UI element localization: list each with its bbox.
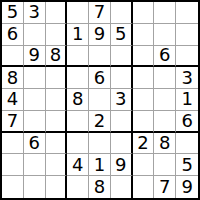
cell-r4c2[interactable]	[24, 67, 46, 89]
cell-r7c4[interactable]	[67, 133, 89, 155]
cell-r1c7[interactable]	[133, 2, 155, 24]
cell-r5c1[interactable]: 4	[2, 89, 24, 111]
cell-r8c8[interactable]	[154, 154, 176, 176]
cell-r8c1[interactable]	[2, 154, 24, 176]
cell-r9c3[interactable]	[46, 176, 68, 198]
cell-r3c9[interactable]	[176, 46, 198, 68]
cell-r6c9[interactable]: 6	[176, 111, 198, 133]
cell-r9c9[interactable]: 9	[176, 176, 198, 198]
cell-r2c6[interactable]: 5	[111, 24, 133, 46]
cell-r3c2[interactable]: 9	[24, 46, 46, 68]
cell-r9c8[interactable]: 7	[154, 176, 176, 198]
cell-r5c3[interactable]	[46, 89, 68, 111]
cell-r5c4[interactable]: 8	[67, 89, 89, 111]
cell-r9c5[interactable]: 8	[89, 176, 111, 198]
cell-r8c5[interactable]: 1	[89, 154, 111, 176]
cell-r4c7[interactable]	[133, 67, 155, 89]
cell-r6c5[interactable]: 2	[89, 111, 111, 133]
cell-r9c6[interactable]	[111, 176, 133, 198]
cell-r2c1[interactable]: 6	[2, 24, 24, 46]
cell-r1c5[interactable]: 7	[89, 2, 111, 24]
cell-r3c3[interactable]: 8	[46, 46, 68, 68]
cell-r1c3[interactable]	[46, 2, 68, 24]
cell-r2c5[interactable]: 9	[89, 24, 111, 46]
cell-r1c6[interactable]	[111, 2, 133, 24]
cell-r4c9[interactable]: 3	[176, 67, 198, 89]
cell-r6c1[interactable]: 7	[2, 111, 24, 133]
cell-r4c3[interactable]	[46, 67, 68, 89]
cell-r2c2[interactable]	[24, 24, 46, 46]
cell-r6c8[interactable]	[154, 111, 176, 133]
cell-r7c7[interactable]: 2	[133, 133, 155, 155]
cell-r2c8[interactable]	[154, 24, 176, 46]
cell-r7c3[interactable]	[46, 133, 68, 155]
cell-r8c9[interactable]: 5	[176, 154, 198, 176]
cell-r7c6[interactable]	[111, 133, 133, 155]
cell-r6c3[interactable]	[46, 111, 68, 133]
cell-r5c2[interactable]	[24, 89, 46, 111]
cell-r4c4[interactable]	[67, 67, 89, 89]
sudoku-board: 537619598686348317266284195879	[0, 0, 200, 200]
cell-r1c9[interactable]	[176, 2, 198, 24]
cell-r8c7[interactable]	[133, 154, 155, 176]
cell-r7c2[interactable]: 6	[24, 133, 46, 155]
cell-r1c1[interactable]: 5	[2, 2, 24, 24]
cell-r4c5[interactable]: 6	[89, 67, 111, 89]
cell-r7c8[interactable]: 8	[154, 133, 176, 155]
cell-r3c7[interactable]	[133, 46, 155, 68]
cell-r5c6[interactable]: 3	[111, 89, 133, 111]
cell-r6c4[interactable]	[67, 111, 89, 133]
cell-r4c8[interactable]	[154, 67, 176, 89]
cell-r3c4[interactable]	[67, 46, 89, 68]
cell-r2c7[interactable]	[133, 24, 155, 46]
cell-r8c3[interactable]	[46, 154, 68, 176]
cell-r5c5[interactable]	[89, 89, 111, 111]
cell-r5c9[interactable]: 1	[176, 89, 198, 111]
cell-r9c1[interactable]	[2, 176, 24, 198]
cell-r3c1[interactable]	[2, 46, 24, 68]
cell-r1c4[interactable]	[67, 2, 89, 24]
cell-r8c2[interactable]	[24, 154, 46, 176]
cell-r5c7[interactable]	[133, 89, 155, 111]
cell-r9c2[interactable]	[24, 176, 46, 198]
cell-r5c8[interactable]	[154, 89, 176, 111]
cell-r6c6[interactable]	[111, 111, 133, 133]
cell-r2c4[interactable]: 1	[67, 24, 89, 46]
cell-r2c3[interactable]	[46, 24, 68, 46]
cell-r9c4[interactable]	[67, 176, 89, 198]
cell-r7c9[interactable]	[176, 133, 198, 155]
cell-r3c8[interactable]: 6	[154, 46, 176, 68]
cell-r7c5[interactable]	[89, 133, 111, 155]
cell-r4c1[interactable]: 8	[2, 67, 24, 89]
cell-r1c2[interactable]: 3	[24, 2, 46, 24]
cell-r9c7[interactable]	[133, 176, 155, 198]
cell-r8c6[interactable]: 9	[111, 154, 133, 176]
cell-r7c1[interactable]	[2, 133, 24, 155]
cell-r3c6[interactable]	[111, 46, 133, 68]
cell-r4c6[interactable]	[111, 67, 133, 89]
cell-r3c5[interactable]	[89, 46, 111, 68]
cell-r6c2[interactable]	[24, 111, 46, 133]
cell-r6c7[interactable]	[133, 111, 155, 133]
cell-r8c4[interactable]: 4	[67, 154, 89, 176]
cell-r1c8[interactable]	[154, 2, 176, 24]
cell-r2c9[interactable]	[176, 24, 198, 46]
